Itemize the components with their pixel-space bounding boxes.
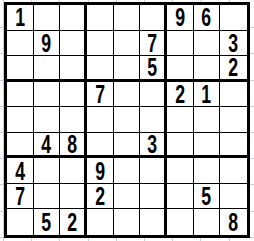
cell-r7c1[interactable]: 4 (7, 158, 34, 184)
cell-digit: 4 (42, 133, 52, 157)
cell-r1c1[interactable]: 1 (7, 5, 34, 31)
spreadsheet-background: 1969735272148349725528 (0, 0, 254, 241)
cell-r5c2[interactable] (34, 107, 61, 133)
cell-r8c9[interactable] (220, 184, 247, 210)
cell-digit: 3 (147, 133, 157, 157)
cell-r7c2[interactable] (34, 158, 61, 184)
cell-digit: 6 (202, 5, 212, 30)
cell-digit: 7 (15, 184, 25, 209)
cell-r7c9[interactable] (220, 158, 247, 184)
cell-r4c4[interactable]: 7 (87, 82, 114, 108)
cell-digit: 1 (202, 82, 212, 107)
cell-r5c4[interactable] (87, 107, 114, 133)
cell-r7c5[interactable] (114, 158, 141, 184)
cell-r2c2[interactable]: 9 (34, 31, 61, 57)
cell-r2c6[interactable]: 7 (140, 31, 167, 57)
cell-r9c8[interactable] (194, 209, 221, 235)
cell-r1c8[interactable]: 6 (194, 5, 221, 31)
cell-r6c6[interactable]: 3 (140, 133, 167, 159)
cell-r2c8[interactable] (194, 31, 221, 57)
cell-r1c5[interactable] (114, 5, 141, 31)
cell-digit: 2 (95, 184, 105, 209)
cell-digit: 3 (229, 31, 239, 56)
cell-r4c5[interactable] (114, 82, 141, 108)
cell-r3c5[interactable] (114, 56, 141, 82)
cell-r8c4[interactable]: 2 (87, 184, 114, 210)
cell-r7c4[interactable]: 9 (87, 158, 114, 184)
cell-r3c2[interactable] (34, 56, 61, 82)
cell-r9c2[interactable]: 5 (34, 209, 61, 235)
cell-r8c6[interactable] (140, 184, 167, 210)
cell-r9c7[interactable] (167, 209, 194, 235)
cell-r5c9[interactable] (220, 107, 247, 133)
cell-r3c1[interactable] (7, 56, 34, 82)
cell-r5c8[interactable] (194, 107, 221, 133)
cell-digit: 8 (229, 209, 239, 235)
cell-r7c7[interactable] (167, 158, 194, 184)
cell-r2c3[interactable] (60, 31, 87, 57)
cell-r1c6[interactable] (140, 5, 167, 31)
cell-r9c9[interactable]: 8 (220, 209, 247, 235)
cell-r5c1[interactable] (7, 107, 34, 133)
cell-r8c1[interactable]: 7 (7, 184, 34, 210)
cell-r8c2[interactable] (34, 184, 61, 210)
cell-r4c7[interactable]: 2 (167, 82, 194, 108)
cell-r2c7[interactable] (167, 31, 194, 57)
cell-r3c3[interactable] (60, 56, 87, 82)
cell-r6c9[interactable] (220, 133, 247, 159)
cell-r9c5[interactable] (114, 209, 141, 235)
cell-digit: 4 (15, 158, 25, 183)
cell-digit: 9 (175, 5, 185, 30)
cell-r4c2[interactable] (34, 82, 61, 108)
cell-digit: 7 (95, 82, 105, 107)
cell-r9c3[interactable]: 2 (60, 209, 87, 235)
cell-r4c1[interactable] (7, 82, 34, 108)
cell-digit: 9 (42, 31, 52, 56)
cell-digit: 5 (147, 56, 157, 80)
cell-r6c1[interactable] (7, 133, 34, 159)
cell-r4c6[interactable] (140, 82, 167, 108)
cell-r8c5[interactable] (114, 184, 141, 210)
cell-r3c9[interactable]: 2 (220, 56, 247, 82)
cell-digit: 9 (95, 158, 105, 183)
cell-r1c2[interactable] (34, 5, 61, 31)
sudoku-board: 1969735272148349725528 (4, 2, 250, 238)
cell-r6c3[interactable]: 8 (60, 133, 87, 159)
cell-r3c8[interactable] (194, 56, 221, 82)
cell-r8c7[interactable] (167, 184, 194, 210)
cell-r3c4[interactable] (87, 56, 114, 82)
cell-r1c4[interactable] (87, 5, 114, 31)
cell-r6c2[interactable]: 4 (34, 133, 61, 159)
cell-digit: 5 (42, 209, 52, 235)
cell-r3c7[interactable] (167, 56, 194, 82)
cell-digit: 1 (15, 5, 25, 30)
cell-r1c7[interactable]: 9 (167, 5, 194, 31)
cell-r7c3[interactable] (60, 158, 87, 184)
cell-r9c4[interactable] (87, 209, 114, 235)
cell-r3c6[interactable]: 5 (140, 56, 167, 82)
cell-r7c6[interactable] (140, 158, 167, 184)
cell-r5c6[interactable] (140, 107, 167, 133)
cell-r7c8[interactable] (194, 158, 221, 184)
cell-r8c3[interactable] (60, 184, 87, 210)
cell-r4c3[interactable] (60, 82, 87, 108)
cell-digit: 2 (229, 56, 239, 80)
cell-digit: 7 (147, 31, 157, 56)
cell-r4c9[interactable] (220, 82, 247, 108)
cell-r5c3[interactable] (60, 107, 87, 133)
cell-r2c9[interactable]: 3 (220, 31, 247, 57)
cell-r9c1[interactable] (7, 209, 34, 235)
cell-digit: 8 (67, 133, 77, 157)
cell-r2c5[interactable] (114, 31, 141, 57)
cell-digit: 2 (175, 82, 185, 107)
cell-r6c8[interactable] (194, 133, 221, 159)
cell-r6c5[interactable] (114, 133, 141, 159)
cell-r9c6[interactable] (140, 209, 167, 235)
cell-digit: 2 (67, 209, 77, 235)
cell-r5c5[interactable] (114, 107, 141, 133)
cell-r6c7[interactable] (167, 133, 194, 159)
cell-r4c8[interactable]: 1 (194, 82, 221, 108)
cell-r1c3[interactable] (60, 5, 87, 31)
cell-r5c7[interactable] (167, 107, 194, 133)
cell-digit: 5 (202, 184, 212, 209)
cell-r1c9[interactable] (220, 5, 247, 31)
cell-r2c4[interactable] (87, 31, 114, 57)
cell-r8c8[interactable]: 5 (194, 184, 221, 210)
cell-r2c1[interactable] (7, 31, 34, 57)
cell-r6c4[interactable] (87, 133, 114, 159)
